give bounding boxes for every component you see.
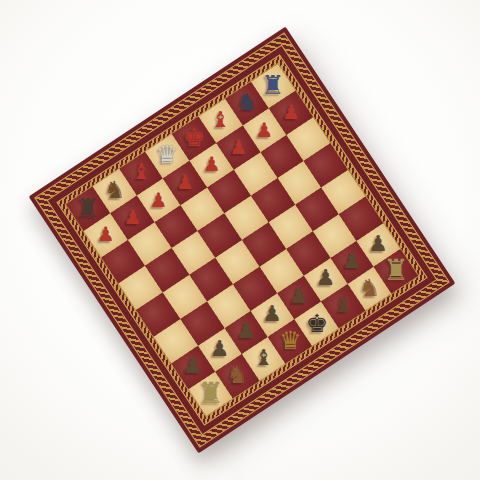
zulu-knight-piece: ♞: [359, 276, 381, 300]
zulu-pawn-piece: ♟: [210, 338, 230, 360]
zulu-knight-piece: ♞: [226, 363, 248, 387]
british-pawn-piece: ♟: [176, 172, 194, 192]
chess-board: ♜♞♝♛♚♝♞♜♟♟♟♟♟♟♟♟♟♟♟♟♟♟♟♟♜♞♝♛♚♝♞♜: [29, 27, 456, 454]
british-pawn-piece: ♟: [123, 207, 141, 227]
british-queen-piece: ♛: [156, 143, 178, 168]
british-pawn-piece: ♟: [255, 119, 273, 139]
british-bishop-piece: ♝: [211, 109, 231, 131]
zulu-rook-piece: ♜: [198, 378, 224, 407]
zulu-rook-piece: ♜: [383, 256, 409, 285]
inner-ornament-band: ♜♞♝♛♚♝♞♜♟♟♟♟♟♟♟♟♟♟♟♟♟♟♟♟♜♞♝♛♚♝♞♜: [56, 54, 427, 425]
outer-ornament-band: ♜♞♝♛♚♝♞♜♟♟♟♟♟♟♟♟♟♟♟♟♟♟♟♟♜♞♝♛♚♝♞♜: [34, 32, 450, 448]
zulu-king-piece: ♚: [305, 310, 327, 335]
photo-background: ♜♞♝♛♚♝♞♜♟♟♟♟♟♟♟♟♟♟♟♟♟♟♟♟♜♞♝♛♚♝♞♜: [0, 0, 480, 480]
zulu-pawn-piece: ♟: [236, 320, 256, 342]
british-pawn-piece: ♟: [282, 101, 300, 121]
british-pawn-piece: ♟: [97, 224, 115, 244]
british-knight-piece: ♞: [236, 91, 258, 115]
zulu-pawn-piece: ♟: [342, 250, 362, 272]
british-pawn-piece: ♟: [229, 137, 247, 157]
zulu-bishop-piece: ♝: [333, 294, 353, 316]
zulu-bishop-piece: ♝: [254, 347, 274, 369]
british-rook-piece: ♜: [76, 195, 99, 221]
playing-grid: ♜♞♝♛♚♝♞♜♟♟♟♟♟♟♟♟♟♟♟♟♟♟♟♟♜♞♝♛♚♝♞♜: [65, 63, 420, 418]
british-rook-piece: ♜: [262, 72, 285, 98]
british-king-piece: ♚: [183, 125, 205, 150]
zulu-pawn-piece: ♟: [369, 233, 389, 255]
british-knight-piece: ♞: [104, 178, 126, 202]
zulu-queen-piece: ♛: [279, 328, 301, 353]
zulu-pawn-piece: ♟: [263, 303, 283, 325]
zulu-pawn-piece: ♟: [183, 356, 203, 378]
british-pawn-piece: ♟: [150, 189, 168, 209]
board-outer-margin: ♜♞♝♛♚♝♞♜♟♟♟♟♟♟♟♟♟♟♟♟♟♟♟♟♜♞♝♛♚♝♞♜: [29, 27, 456, 454]
zulu-pawn-piece: ♟: [316, 268, 336, 290]
british-pawn-piece: ♟: [202, 154, 220, 174]
british-bishop-piece: ♝: [131, 162, 151, 184]
zulu-pawn-piece: ♟: [289, 285, 309, 307]
border-gap-band: ♜♞♝♛♚♝♞♜♟♟♟♟♟♟♟♟♟♟♟♟♟♟♟♟♜♞♝♛♚♝♞♜: [47, 45, 438, 436]
